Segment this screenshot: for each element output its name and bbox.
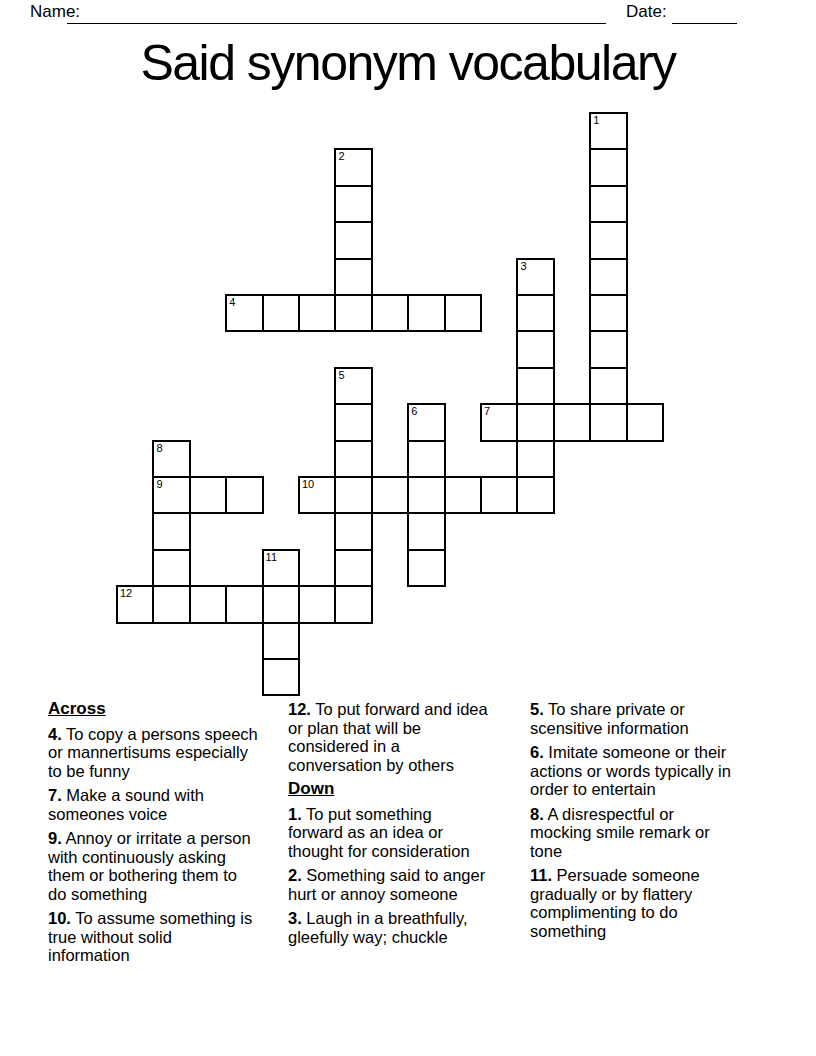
- grid-cell[interactable]: [407, 440, 445, 478]
- grid-cell[interactable]: 7: [480, 403, 518, 441]
- clue-item: 3. Laugh in a breathfully, gleefully way…: [288, 909, 488, 946]
- cell-number: 6: [411, 406, 417, 417]
- name-input-line[interactable]: [67, 2, 606, 24]
- grid-cell[interactable]: 6: [407, 403, 445, 441]
- cell-number: 2: [338, 151, 344, 162]
- cell-number: 4: [229, 297, 235, 308]
- grid-cell[interactable]: [444, 476, 482, 514]
- grid-cell[interactable]: 5: [334, 367, 372, 405]
- clue-text: To assume something is true without soli…: [48, 909, 252, 964]
- clue-number: 3.: [288, 909, 302, 927]
- grid-cell[interactable]: [516, 403, 554, 441]
- clue-column-right: 5. To share private or scensitive inform…: [530, 700, 735, 946]
- grid-cell[interactable]: [589, 330, 627, 368]
- cell-number: 12: [120, 588, 132, 599]
- clue-item: 8. A disrespectful or mocking smile rema…: [530, 805, 735, 861]
- grid-cell[interactable]: [152, 585, 190, 623]
- date-input-line[interactable]: [672, 2, 737, 24]
- clue-column-left: Across4. To copy a persons speech or man…: [48, 700, 258, 971]
- grid-cell[interactable]: [407, 476, 445, 514]
- grid-cell[interactable]: [516, 330, 554, 368]
- grid-cell[interactable]: [334, 185, 372, 223]
- clue-number: 5.: [530, 700, 544, 718]
- grid-cell[interactable]: [298, 585, 336, 623]
- clue-text: Make a sound with someones voice: [48, 786, 204, 823]
- grid-cell[interactable]: [225, 476, 263, 514]
- grid-cell[interactable]: 2: [334, 148, 372, 186]
- clue-number: 10.: [48, 909, 71, 927]
- cell-number: 11: [266, 552, 277, 563]
- grid-cell[interactable]: [516, 476, 554, 514]
- clue-item: 11. Persuade someone gradually or by fla…: [530, 866, 735, 940]
- clue-text: Imitate someone or their actions or word…: [530, 743, 731, 798]
- clue-text: To put forward and idea or plan that wil…: [288, 700, 488, 774]
- grid-cell[interactable]: [371, 294, 409, 332]
- clue-number: 2.: [288, 866, 302, 884]
- grid-cell[interactable]: 10: [298, 476, 336, 514]
- clue-item: 1. To put something forward as an idea o…: [288, 805, 488, 861]
- grid-cell[interactable]: 12: [116, 585, 154, 623]
- grid-cell[interactable]: [516, 440, 554, 478]
- grid-cell[interactable]: [225, 585, 263, 623]
- grid-cell[interactable]: [152, 549, 190, 587]
- grid-cell[interactable]: [262, 622, 300, 660]
- grid-cell[interactable]: [298, 294, 336, 332]
- cell-number: 5: [338, 370, 344, 381]
- grid-cell[interactable]: [516, 294, 554, 332]
- cell-number: 1: [593, 115, 599, 126]
- grid-cell[interactable]: 8: [152, 440, 190, 478]
- clue-text: Persuade someone gradually or by flatter…: [530, 866, 700, 940]
- grid-cell[interactable]: [334, 549, 372, 587]
- grid-cell[interactable]: 11: [262, 549, 300, 587]
- clue-number: 8.: [530, 805, 544, 823]
- grid-cell[interactable]: [407, 512, 445, 550]
- grid-cell[interactable]: 1: [589, 112, 627, 150]
- clue-item: 10. To assume something is true without …: [48, 909, 258, 965]
- clues-header-down: Down: [288, 780, 488, 799]
- clue-number: 9.: [48, 829, 62, 847]
- grid-cell[interactable]: 9: [152, 476, 190, 514]
- grid-cell[interactable]: [626, 403, 664, 441]
- clue-number: 6.: [530, 743, 544, 761]
- clue-item: 12. To put forward and idea or plan that…: [288, 700, 488, 774]
- grid-cell[interactable]: [334, 440, 372, 478]
- clue-item: 5. To share private or scensitive inform…: [530, 700, 735, 737]
- clue-column-middle: 12. To put forward and idea or plan that…: [288, 700, 488, 952]
- clue-text: To copy a persons speech or mannertisums…: [48, 725, 258, 780]
- grid-cell[interactable]: [589, 294, 627, 332]
- cell-number: 10: [302, 479, 314, 490]
- grid-cell[interactable]: [334, 294, 372, 332]
- grid-cell[interactable]: [189, 476, 227, 514]
- clue-number: 1.: [288, 805, 302, 823]
- worksheet-page: Name: Date: Said synonym vocabulary 1234…: [0, 0, 816, 1056]
- clues-header-across: Across: [48, 700, 258, 719]
- date-label: Date:: [626, 2, 667, 22]
- grid-cell[interactable]: [334, 221, 372, 259]
- page-title: Said synonym vocabulary: [0, 34, 816, 92]
- clue-text: A disrespectful or mocking smile remark …: [530, 805, 710, 860]
- grid-cell[interactable]: [152, 512, 190, 550]
- clue-item: 2. Something said to anger hurt or annoy…: [288, 866, 488, 903]
- cell-number: 7: [484, 406, 490, 417]
- grid-cell[interactable]: [262, 585, 300, 623]
- grid-cell[interactable]: [407, 294, 445, 332]
- clue-item: 4. To copy a persons speech or mannertis…: [48, 725, 258, 781]
- grid-cell[interactable]: [589, 148, 627, 186]
- grid-cell[interactable]: [589, 367, 627, 405]
- grid-cell[interactable]: [589, 221, 627, 259]
- grid-cell[interactable]: [262, 658, 300, 696]
- grid-cell[interactable]: [371, 476, 409, 514]
- grid-cell[interactable]: [334, 476, 372, 514]
- clue-number: 11.: [530, 866, 552, 884]
- grid-cell[interactable]: 4: [225, 294, 263, 332]
- clue-number: 4.: [48, 725, 62, 743]
- clue-text: Laugh in a breathfully, gleefully way; c…: [288, 909, 468, 946]
- grid-cell[interactable]: [334, 585, 372, 623]
- clue-text: To put something forward as an idea or t…: [288, 805, 470, 860]
- grid-cell[interactable]: [407, 549, 445, 587]
- grid-cell[interactable]: [553, 403, 591, 441]
- cell-number: 3: [520, 261, 526, 272]
- clue-text: Something said to anger hurt or annoy so…: [288, 866, 485, 903]
- clue-item: 7. Make a sound with someones voice: [48, 786, 258, 823]
- grid-cell[interactable]: [589, 258, 627, 296]
- grid-cell[interactable]: [262, 294, 300, 332]
- grid-cell[interactable]: [334, 403, 372, 441]
- grid-cell[interactable]: [334, 258, 372, 296]
- cell-number: 8: [156, 443, 162, 454]
- clue-number: 12.: [288, 700, 311, 718]
- clue-text: Annoy or irritate a person with continuo…: [48, 829, 251, 903]
- grid-cell[interactable]: [189, 585, 227, 623]
- cell-number: 9: [156, 479, 162, 490]
- clue-text: To share private or scensitive informati…: [530, 700, 689, 737]
- clue-number: 7.: [48, 786, 62, 804]
- grid-cell[interactable]: [516, 367, 554, 405]
- grid-cell[interactable]: [589, 403, 627, 441]
- grid-cell[interactable]: [334, 512, 372, 550]
- grid-cell[interactable]: 3: [516, 258, 554, 296]
- grid-cell[interactable]: [589, 185, 627, 223]
- clue-item: 9. Annoy or irritate a person with conti…: [48, 829, 258, 903]
- grid-cell[interactable]: [444, 294, 482, 332]
- grid-cell[interactable]: [480, 476, 518, 514]
- clue-item: 6. Imitate someone or their actions or w…: [530, 743, 735, 799]
